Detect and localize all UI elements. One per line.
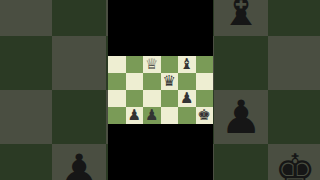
main-square-r2c1	[108, 73, 126, 90]
bg-square-r1c5: ♝	[214, 0, 268, 36]
main-square-r4c4	[161, 107, 179, 124]
main-square-r3c5: ♟	[178, 90, 196, 107]
main-square-r1c5: ♝	[178, 56, 196, 73]
bg-square-r2c1	[0, 36, 52, 90]
video-frame[interactable]: ♕♝♛♟♟♟♚ ♕♝♛♟♟♟♚	[0, 0, 320, 180]
main-square-r1c4	[161, 56, 179, 73]
bg-square-r1c1	[0, 0, 52, 36]
main-square-r2c3	[143, 73, 161, 90]
main-square-r4c1	[108, 107, 126, 124]
bg-square-r2c2	[52, 36, 106, 90]
black-bishop-piece: ♝	[220, 0, 261, 32]
main-square-r1c6	[196, 56, 214, 73]
black-bishop-piece: ♝	[180, 57, 193, 72]
main-square-r3c4	[161, 90, 179, 107]
bg-square-r3c2	[52, 90, 106, 144]
main-square-r1c3: ♕	[143, 56, 161, 73]
main-square-r4c6: ♚	[196, 107, 214, 124]
bg-square-r3c6	[268, 90, 320, 144]
main-square-r1c2	[126, 56, 144, 73]
bg-square-r4c6: ♚	[268, 144, 320, 180]
black-pawn-piece: ♟	[145, 108, 158, 123]
main-square-r2c4: ♛	[161, 73, 179, 90]
black-king-piece: ♚	[274, 148, 315, 180]
main-square-r3c2	[126, 90, 144, 107]
main-square-r2c6	[196, 73, 214, 90]
bg-square-r4c5	[214, 144, 268, 180]
bg-square-r3c5: ♟	[214, 90, 268, 144]
main-board: ♕♝♛♟♟♟♚	[108, 56, 213, 124]
bg-square-r4c2: ♟	[52, 144, 106, 180]
black-pawn-piece: ♟	[220, 94, 261, 140]
main-square-r2c2	[126, 73, 144, 90]
bg-square-r4c1	[0, 144, 52, 180]
main-square-r3c1	[108, 90, 126, 107]
main-square-r4c3: ♟	[143, 107, 161, 124]
black-pawn-piece: ♟	[58, 148, 99, 180]
bg-square-r1c6	[268, 0, 320, 36]
bg-square-r2c6	[268, 36, 320, 90]
bg-square-r1c2	[52, 0, 106, 36]
main-square-r4c5	[178, 107, 196, 124]
black-queen-piece: ♛	[163, 74, 176, 89]
main-square-r4c2: ♟	[126, 107, 144, 124]
bg-square-r3c1	[0, 90, 52, 144]
black-pawn-piece: ♟	[128, 108, 141, 123]
white-queen-piece: ♕	[145, 57, 158, 72]
main-square-r3c3	[143, 90, 161, 107]
black-king-piece: ♚	[198, 108, 211, 123]
black-pawn-piece: ♟	[180, 91, 193, 106]
main-square-r2c5	[178, 73, 196, 90]
main-square-r3c6	[196, 90, 214, 107]
bg-square-r2c5	[214, 36, 268, 90]
main-square-r1c1	[108, 56, 126, 73]
